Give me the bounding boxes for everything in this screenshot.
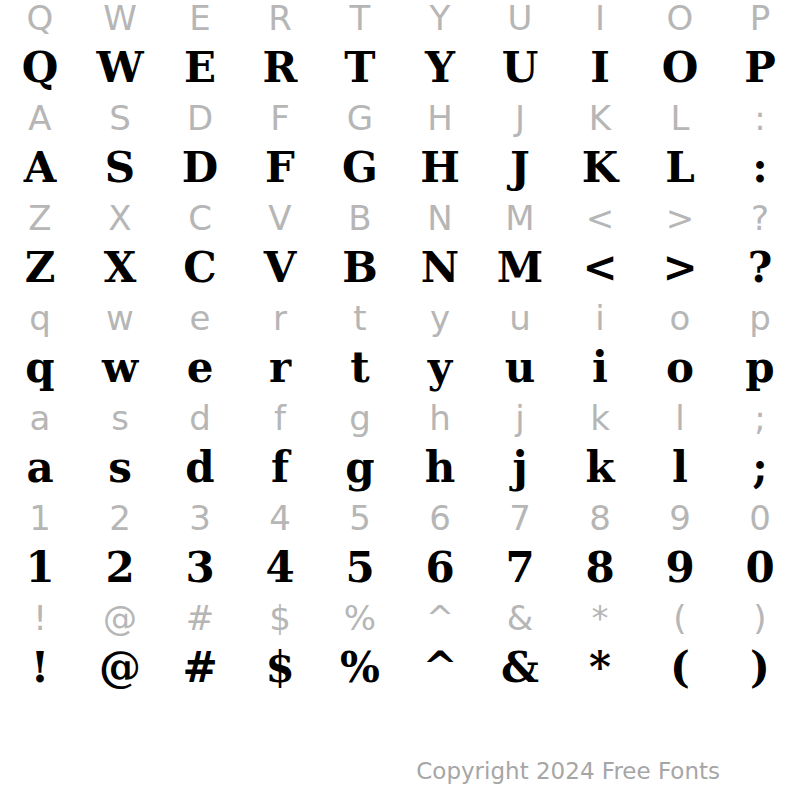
specimen-char-cell: w [80,343,160,393]
keyboard-char-cell: X [80,193,160,243]
keyboard-char-cell: o [640,293,720,343]
keyboard-char-cell: V [240,193,320,243]
specimen-char-cell: j [480,443,560,493]
keyboard-char-cell: D [160,93,240,143]
specimen-char-cell: Z [0,243,80,293]
keyboard-char-cell: q [0,293,80,343]
keyboard-char-cell: 2 [80,493,160,543]
specimen-char-cell: N [400,243,480,293]
keyboard-char-cell: Q [0,0,80,43]
specimen-char-cell: Q [0,43,80,93]
keyboard-char-cell: 5 [320,493,400,543]
specimen-char-cell: d [160,443,240,493]
keyboard-char-cell: # [160,593,240,643]
keyboard-char-cell: h [400,393,480,443]
specimen-char-cell: o [640,343,720,393]
specimen-char-cell: y [400,343,480,393]
specimen-char-cell: & [480,643,560,693]
specimen-char-cell: 9 [640,543,720,593]
specimen-char-cell: $ [240,643,320,693]
specimen-char-cell: K [560,143,640,193]
keyboard-char-cell: T [320,0,400,43]
character-grid: QWERTYUIOPQWERTYUIOPASDFGHJKL:ASDFGHJKL:… [0,0,800,693]
specimen-char-cell: # [160,643,240,693]
keyboard-char-cell: 7 [480,493,560,543]
specimen-char-cell: Y [400,43,480,93]
keyboard-char-cell: ^ [400,593,480,643]
keyboard-char-cell: 4 [240,493,320,543]
keyboard-char-cell: ; [720,393,800,443]
specimen-char-cell: ) [720,643,800,693]
keyboard-char-cell: I [560,0,640,43]
keyboard-char-cell: * [560,593,640,643]
keyboard-char-cell: 0 [720,493,800,543]
keyboard-char-cell: > [640,193,720,243]
keyboard-char-cell: Z [0,193,80,243]
keyboard-char-cell: t [320,293,400,343]
keyboard-char-cell: $ [240,593,320,643]
specimen-char-cell: 8 [560,543,640,593]
specimen-char-cell: L [640,143,720,193]
copyright-text: Copyright 2024 Free Fonts [416,757,720,787]
keyboard-char-cell: ) [720,593,800,643]
specimen-char-cell: g [320,443,400,493]
specimen-char-cell: A [0,143,80,193]
specimen-char-cell: T [320,43,400,93]
specimen-char-cell: i [560,343,640,393]
keyboard-char-cell: u [480,293,560,343]
specimen-char-cell: 0 [720,543,800,593]
keyboard-char-cell: S [80,93,160,143]
keyboard-char-cell: R [240,0,320,43]
specimen-char-cell: X [80,243,160,293]
specimen-char-cell: @ [80,643,160,693]
keyboard-char-cell: : [720,93,800,143]
keyboard-char-cell: d [160,393,240,443]
keyboard-char-cell: B [320,193,400,243]
keyboard-char-cell: L [640,93,720,143]
specimen-char-cell: G [320,143,400,193]
specimen-char-cell: ? [720,243,800,293]
specimen-char-cell: F [240,143,320,193]
keyboard-char-cell: j [480,393,560,443]
specimen-char-cell: C [160,243,240,293]
keyboard-char-cell: p [720,293,800,343]
specimen-char-cell: < [560,243,640,293]
specimen-char-cell: I [560,43,640,93]
specimen-char-cell: V [240,243,320,293]
keyboard-char-cell: U [480,0,560,43]
keyboard-char-cell: A [0,93,80,143]
specimen-char-cell: e [160,343,240,393]
keyboard-char-cell: a [0,393,80,443]
specimen-char-cell: S [80,143,160,193]
keyboard-char-cell: s [80,393,160,443]
keyboard-char-cell: % [320,593,400,643]
keyboard-char-cell: C [160,193,240,243]
keyboard-char-cell: 3 [160,493,240,543]
specimen-char-cell: D [160,143,240,193]
specimen-char-cell: 5 [320,543,400,593]
specimen-char-cell: H [400,143,480,193]
specimen-char-cell: ^ [400,643,480,693]
keyboard-char-cell: O [640,0,720,43]
keyboard-char-cell: J [480,93,560,143]
keyboard-char-cell: H [400,93,480,143]
keyboard-char-cell: W [80,0,160,43]
specimen-char-cell: 7 [480,543,560,593]
specimen-char-cell: f [240,443,320,493]
specimen-char-cell: > [640,243,720,293]
keyboard-char-cell: N [400,193,480,243]
specimen-char-cell: l [640,443,720,493]
keyboard-char-cell: i [560,293,640,343]
keyboard-char-cell: ? [720,193,800,243]
specimen-char-cell: r [240,343,320,393]
specimen-char-cell: 2 [80,543,160,593]
keyboard-char-cell: @ [80,593,160,643]
specimen-char-cell: W [80,43,160,93]
specimen-char-cell: q [0,343,80,393]
keyboard-char-cell: 6 [400,493,480,543]
specimen-char-cell: U [480,43,560,93]
specimen-char-cell: R [240,43,320,93]
specimen-char-cell: B [320,243,400,293]
keyboard-char-cell: G [320,93,400,143]
specimen-char-cell: a [0,443,80,493]
specimen-char-cell: s [80,443,160,493]
keyboard-char-cell: & [480,593,560,643]
keyboard-char-cell: ! [0,593,80,643]
specimen-char-cell: M [480,243,560,293]
keyboard-char-cell: e [160,293,240,343]
keyboard-char-cell: Y [400,0,480,43]
keyboard-char-cell: l [640,393,720,443]
specimen-char-cell: : [720,143,800,193]
specimen-char-cell: O [640,43,720,93]
keyboard-char-cell: f [240,393,320,443]
keyboard-char-cell: w [80,293,160,343]
keyboard-char-cell: 1 [0,493,80,543]
specimen-char-cell: 6 [400,543,480,593]
specimen-char-cell: 1 [0,543,80,593]
keyboard-char-cell: 8 [560,493,640,543]
keyboard-char-cell: P [720,0,800,43]
keyboard-char-cell: y [400,293,480,343]
keyboard-char-cell: k [560,393,640,443]
specimen-char-cell: k [560,443,640,493]
keyboard-char-cell: E [160,0,240,43]
specimen-char-cell: E [160,43,240,93]
specimen-char-cell: ( [640,643,720,693]
specimen-char-cell: u [480,343,560,393]
specimen-char-cell: 4 [240,543,320,593]
keyboard-char-cell: K [560,93,640,143]
specimen-char-cell: 3 [160,543,240,593]
specimen-char-cell: p [720,343,800,393]
specimen-char-cell: P [720,43,800,93]
specimen-char-cell: ! [0,643,80,693]
keyboard-char-cell: 9 [640,493,720,543]
specimen-char-cell: J [480,143,560,193]
specimen-char-cell: ; [720,443,800,493]
specimen-char-cell: h [400,443,480,493]
keyboard-char-cell: < [560,193,640,243]
keyboard-char-cell: g [320,393,400,443]
keyboard-char-cell: r [240,293,320,343]
keyboard-char-cell: M [480,193,560,243]
specimen-char-cell: t [320,343,400,393]
specimen-char-cell: * [560,643,640,693]
specimen-char-cell: % [320,643,400,693]
keyboard-char-cell: F [240,93,320,143]
keyboard-char-cell: ( [640,593,720,643]
